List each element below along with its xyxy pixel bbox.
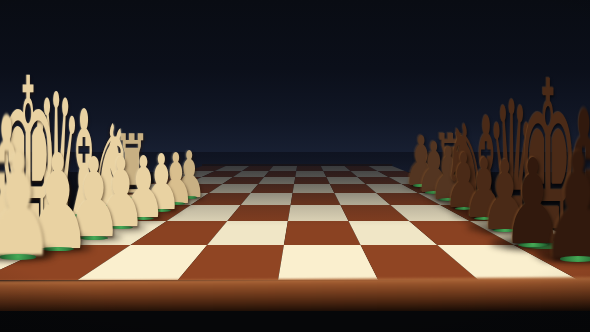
pieces-layer: ♜♞♝♛♚♝♟♟♟♟♟♟♟♟♟♟♟♟♟♟♟♟♜♞♝♛♚♝ [0,0,590,332]
felt-base [0,254,35,259]
felt-base [560,256,590,261]
chess-scene: ♜♞♝♛♚♝♟♟♟♟♟♟♟♟♟♟♟♟♟♟♟♟♜♞♝♛♚♝ [0,0,590,332]
